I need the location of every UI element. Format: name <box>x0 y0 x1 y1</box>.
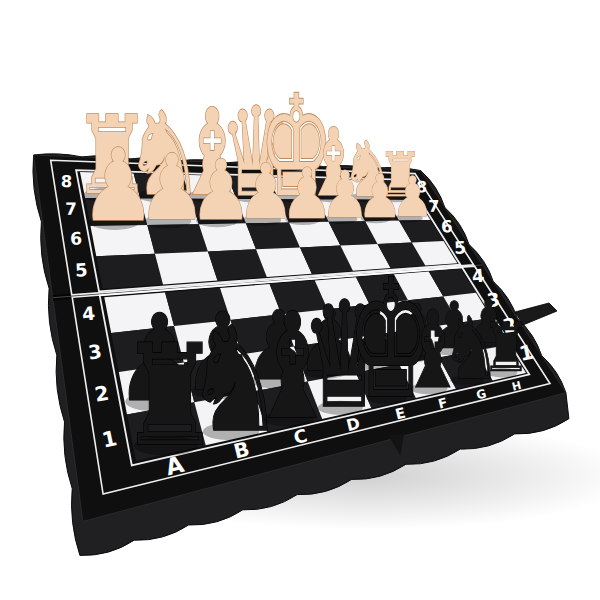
square-b5[interactable] <box>155 251 218 284</box>
rank-label-right-6: 6 <box>441 217 453 236</box>
rank-label-left-5: 5 <box>74 259 88 281</box>
square-a5[interactable] <box>96 254 163 289</box>
product-photo-scene: 8877665544332211ABCDEFGH♜♞♝♛♚♝♞♜♟♟♟♟♟♟♟♟… <box>0 0 600 600</box>
chess-board: 8877665544332211ABCDEFGH♜♞♝♛♚♝♞♜♟♟♟♟♟♟♟♟… <box>0 0 600 600</box>
piece-black-rook-h1[interactable]: ♜ <box>481 308 531 387</box>
piece-white-pawn-h7[interactable]: ♟ <box>391 164 433 229</box>
rank-label-left-8: 8 <box>61 172 73 191</box>
rank-label-right-4: 4 <box>471 265 485 287</box>
rank-label-right-5: 5 <box>454 237 467 258</box>
rank-label-left-4: 4 <box>81 303 96 325</box>
